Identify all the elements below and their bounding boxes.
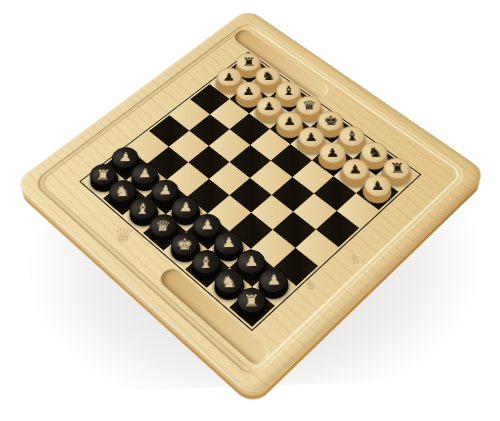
king-symbol-icon: ♚ xyxy=(176,232,193,255)
pawn-symbol-icon: ♟ xyxy=(221,231,236,254)
chess-set: ♛ ♞ ♞ ♜♞♝♛♚♝♞♜♟♟♟♟♟♟♟♟♟♟♟♟♟♟♟♟♜♞♝♛♚♝♞♜ xyxy=(76,4,424,352)
pawn-symbol-icon: ♟ xyxy=(267,268,282,293)
bishop-symbol-icon: ♝ xyxy=(134,197,151,219)
rook-symbol-icon: ♜ xyxy=(94,164,112,185)
photo-scene: ♛ ♞ ♞ ♜♞♝♛♚♝♞♜♟♟♟♟♟♟♟♟♟♟♟♟♟♟♟♟♜♞♝♛♚♝♞♜ xyxy=(0,0,500,421)
pawn-symbol-icon: ♟ xyxy=(157,180,172,202)
pawn-symbol-icon: ♟ xyxy=(348,159,363,180)
pawn-symbol-icon: ♟ xyxy=(244,250,259,274)
pawn-symbol-icon: ♟ xyxy=(137,163,152,184)
queen-symbol-icon: ♛ xyxy=(155,215,172,238)
square-g4[interactable] xyxy=(293,194,336,229)
pawn-symbol-icon: ♟ xyxy=(370,175,386,197)
square-e5[interactable] xyxy=(229,178,271,213)
square-h4[interactable] xyxy=(316,211,359,247)
square-h5[interactable] xyxy=(295,229,339,266)
rook-symbol-icon: ♜ xyxy=(389,158,406,179)
square-f4[interactable] xyxy=(271,177,313,212)
knight-symbol-icon: ♞ xyxy=(114,180,132,202)
knight-engraving-icon: ♞ xyxy=(349,253,364,267)
pawn-symbol-icon: ♟ xyxy=(199,214,214,237)
bishop-symbol-icon: ♝ xyxy=(198,251,215,275)
knight-symbol-icon: ♞ xyxy=(220,269,237,294)
crown-engraving-icon: ♛ xyxy=(113,226,135,245)
pawn-symbol-icon: ♟ xyxy=(178,196,193,218)
square-g5[interactable] xyxy=(272,212,315,248)
knight-engraving-icon: ♞ xyxy=(304,279,319,293)
rook-symbol-icon: ♜ xyxy=(243,288,260,313)
square-f5[interactable] xyxy=(250,195,293,230)
